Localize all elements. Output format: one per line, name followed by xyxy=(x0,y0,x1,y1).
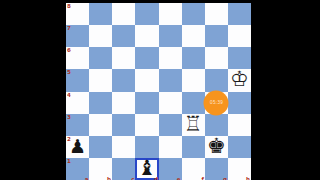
square-e8[interactable] xyxy=(159,3,182,25)
square-b7[interactable] xyxy=(89,25,112,47)
square-c8[interactable] xyxy=(112,3,135,25)
square-b3[interactable] xyxy=(89,114,112,136)
square-b8[interactable] xyxy=(89,3,112,25)
square-f4[interactable] xyxy=(182,92,205,114)
rank-label: 5 xyxy=(67,69,71,75)
file-label: a xyxy=(84,176,88,180)
file-label: c xyxy=(131,176,134,180)
square-g2[interactable]: ♚ xyxy=(205,136,228,158)
square-g5[interactable] xyxy=(205,69,228,91)
rank-label: 1 xyxy=(67,158,71,164)
square-c6[interactable] xyxy=(112,47,135,69)
square-f1[interactable]: f xyxy=(182,158,205,180)
file-label: e xyxy=(177,176,181,180)
square-d8[interactable] xyxy=(135,3,158,25)
letterbox-left xyxy=(0,0,66,180)
square-g7[interactable] xyxy=(205,25,228,47)
timer-badge: 05:39 xyxy=(204,90,229,115)
square-e3[interactable] xyxy=(159,114,182,136)
rank-label: 8 xyxy=(67,3,71,9)
piece-black-king[interactable]: ♚ xyxy=(207,136,226,157)
square-d6[interactable] xyxy=(135,47,158,69)
square-a6[interactable]: 6 xyxy=(66,47,89,69)
square-c4[interactable] xyxy=(112,92,135,114)
square-a1[interactable]: 1a xyxy=(66,158,89,180)
square-e1[interactable]: e xyxy=(159,158,182,180)
piece-black-pawn[interactable]: ♟ xyxy=(69,137,86,156)
square-a2[interactable]: 2♟ xyxy=(66,136,89,158)
square-f2[interactable] xyxy=(182,136,205,158)
letterbox-right xyxy=(251,0,320,180)
square-e7[interactable] xyxy=(159,25,182,47)
square-h7[interactable] xyxy=(228,25,251,47)
square-f8[interactable] xyxy=(182,3,205,25)
square-h5[interactable]: ♚♔ xyxy=(228,69,251,91)
square-e4[interactable] xyxy=(159,92,182,114)
square-g3[interactable] xyxy=(205,114,228,136)
square-c5[interactable] xyxy=(112,69,135,91)
piece-white-rook[interactable]: ♜♖ xyxy=(184,114,203,135)
square-h8[interactable] xyxy=(228,3,251,25)
chess-board: 05:39 8765♚♔43♜♖2♟♚1abcd♝efgh xyxy=(66,3,251,180)
square-f6[interactable] xyxy=(182,47,205,69)
rank-label: 7 xyxy=(67,25,71,31)
square-b1[interactable]: b xyxy=(89,158,112,180)
square-d5[interactable] xyxy=(135,69,158,91)
square-c1[interactable]: c xyxy=(112,158,135,180)
square-d7[interactable] xyxy=(135,25,158,47)
square-h3[interactable] xyxy=(228,114,251,136)
piece-black-bishop[interactable]: ♝ xyxy=(138,158,157,179)
square-d4[interactable] xyxy=(135,92,158,114)
square-c2[interactable] xyxy=(112,136,135,158)
square-b5[interactable] xyxy=(89,69,112,91)
file-label: f xyxy=(201,176,203,180)
square-d2[interactable] xyxy=(135,136,158,158)
square-e2[interactable] xyxy=(159,136,182,158)
square-a8[interactable]: 8 xyxy=(66,3,89,25)
rank-label: 4 xyxy=(67,92,71,98)
square-g6[interactable] xyxy=(205,47,228,69)
square-a7[interactable]: 7 xyxy=(66,25,89,47)
square-c7[interactable] xyxy=(112,25,135,47)
square-h2[interactable] xyxy=(228,136,251,158)
timer-text: 05:39 xyxy=(210,100,223,105)
square-h6[interactable] xyxy=(228,47,251,69)
square-f7[interactable] xyxy=(182,25,205,47)
file-label: g xyxy=(223,176,227,180)
square-c3[interactable] xyxy=(112,114,135,136)
square-f3[interactable]: ♜♖ xyxy=(182,114,205,136)
square-b2[interactable] xyxy=(89,136,112,158)
square-d1[interactable]: d♝ xyxy=(135,158,158,180)
video-frame: 05:39 8765♚♔43♜♖2♟♚1abcd♝efgh xyxy=(0,0,320,180)
square-a3[interactable]: 3 xyxy=(66,114,89,136)
square-a5[interactable]: 5 xyxy=(66,69,89,91)
square-b6[interactable] xyxy=(89,47,112,69)
rank-label: 3 xyxy=(67,114,71,120)
square-a4[interactable]: 4 xyxy=(66,92,89,114)
square-g1[interactable]: g xyxy=(205,158,228,180)
square-b4[interactable] xyxy=(89,92,112,114)
square-d3[interactable] xyxy=(135,114,158,136)
square-f5[interactable] xyxy=(182,69,205,91)
file-label: b xyxy=(107,176,111,180)
piece-white-king[interactable]: ♚♔ xyxy=(230,69,249,90)
rank-label: 6 xyxy=(67,47,71,53)
square-h4[interactable] xyxy=(228,92,251,114)
square-e6[interactable] xyxy=(159,47,182,69)
square-h1[interactable]: h xyxy=(228,158,251,180)
square-e5[interactable] xyxy=(159,69,182,91)
file-label: h xyxy=(246,176,250,180)
square-g8[interactable] xyxy=(205,3,228,25)
